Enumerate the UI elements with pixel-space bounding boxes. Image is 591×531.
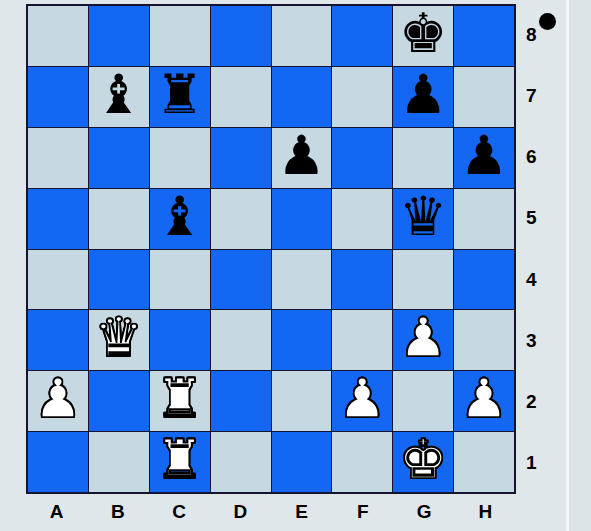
file-label-g: G (394, 494, 455, 531)
square-f2[interactable]: ♟ (332, 371, 392, 431)
square-c7[interactable]: ♜ (150, 67, 210, 127)
square-f3[interactable] (332, 310, 392, 370)
file-label-a: A (26, 494, 87, 531)
square-g1[interactable]: ♚ (393, 432, 453, 492)
square-e6[interactable]: ♟ (272, 128, 332, 188)
file-label-e: E (271, 494, 332, 531)
square-g8[interactable]: ♚ (393, 6, 453, 66)
file-label-h: H (455, 494, 516, 531)
board: ♚♝♜♟♟♟♝♛♛♟♟♜♟♟♜♚ (26, 4, 516, 494)
square-e2[interactable] (272, 371, 332, 431)
square-f6[interactable] (332, 128, 392, 188)
square-e1[interactable] (272, 432, 332, 492)
square-d6[interactable] (211, 128, 271, 188)
file-label-b: B (87, 494, 148, 531)
piece-white-pawn: ♟ (34, 372, 82, 426)
square-d3[interactable] (211, 310, 271, 370)
piece-white-pawn: ♟ (460, 372, 508, 426)
square-c6[interactable] (150, 128, 210, 188)
square-d7[interactable] (211, 67, 271, 127)
square-b8[interactable] (89, 6, 149, 66)
piece-black-rook: ♜ (155, 68, 203, 122)
chess-diagram: ♚♝♜♟♟♟♝♛♛♟♟♜♟♟♜♚ ABCDEFGH 87654321 (0, 0, 591, 531)
square-e3[interactable] (272, 310, 332, 370)
square-c4[interactable] (150, 250, 210, 310)
square-g7[interactable]: ♟ (393, 67, 453, 127)
square-h5[interactable] (454, 189, 514, 249)
square-a8[interactable] (28, 6, 88, 66)
piece-black-pawn: ♟ (399, 68, 447, 122)
square-d2[interactable] (211, 371, 271, 431)
file-label-d: D (210, 494, 271, 531)
square-e7[interactable] (272, 67, 332, 127)
piece-white-pawn: ♟ (399, 311, 447, 365)
square-e5[interactable] (272, 189, 332, 249)
square-g5[interactable]: ♛ (393, 189, 453, 249)
piece-white-queen: ♛ (95, 311, 143, 365)
square-d4[interactable] (211, 250, 271, 310)
square-c5[interactable]: ♝ (150, 189, 210, 249)
rank-label-6: 6 (518, 127, 552, 188)
black-to-move-indicator (539, 13, 556, 30)
square-f7[interactable] (332, 67, 392, 127)
right-edge-highlight (566, 0, 569, 531)
rank-label-3: 3 (518, 310, 552, 371)
square-d5[interactable] (211, 189, 271, 249)
piece-white-pawn: ♟ (338, 372, 386, 426)
square-f4[interactable] (332, 250, 392, 310)
square-b4[interactable] (89, 250, 149, 310)
file-labels: ABCDEFGH (26, 494, 516, 531)
square-g6[interactable] (393, 128, 453, 188)
square-b6[interactable] (89, 128, 149, 188)
rank-label-1: 1 (518, 433, 552, 494)
piece-black-bishop: ♝ (95, 68, 143, 122)
square-g2[interactable] (393, 371, 453, 431)
square-c1[interactable]: ♜ (150, 432, 210, 492)
square-h6[interactable]: ♟ (454, 128, 514, 188)
piece-black-bishop: ♝ (155, 190, 203, 244)
piece-white-rook: ♜ (155, 372, 203, 426)
square-h2[interactable]: ♟ (454, 371, 514, 431)
square-c2[interactable]: ♜ (150, 371, 210, 431)
square-h3[interactable] (454, 310, 514, 370)
square-e4[interactable] (272, 250, 332, 310)
rank-label-2: 2 (518, 372, 552, 433)
square-b7[interactable]: ♝ (89, 67, 149, 127)
square-f8[interactable] (332, 6, 392, 66)
square-a7[interactable] (28, 67, 88, 127)
rank-labels: 87654321 (518, 4, 552, 494)
square-b5[interactable] (89, 189, 149, 249)
square-a1[interactable] (28, 432, 88, 492)
square-h7[interactable] (454, 67, 514, 127)
file-label-f: F (332, 494, 393, 531)
rank-label-7: 7 (518, 65, 552, 126)
square-d1[interactable] (211, 432, 271, 492)
square-c3[interactable] (150, 310, 210, 370)
square-f5[interactable] (332, 189, 392, 249)
square-h8[interactable] (454, 6, 514, 66)
square-h4[interactable] (454, 250, 514, 310)
rank-label-5: 5 (518, 188, 552, 249)
piece-white-king: ♚ (399, 433, 447, 487)
square-a5[interactable] (28, 189, 88, 249)
piece-black-king: ♚ (399, 7, 447, 61)
right-margin-panel (569, 0, 591, 531)
square-a4[interactable] (28, 250, 88, 310)
square-b1[interactable] (89, 432, 149, 492)
file-label-c: C (149, 494, 210, 531)
square-d8[interactable] (211, 6, 271, 66)
square-b2[interactable] (89, 371, 149, 431)
square-g3[interactable]: ♟ (393, 310, 453, 370)
square-g4[interactable] (393, 250, 453, 310)
square-a6[interactable] (28, 128, 88, 188)
square-f1[interactable] (332, 432, 392, 492)
square-h1[interactable] (454, 432, 514, 492)
square-c8[interactable] (150, 6, 210, 66)
square-a2[interactable]: ♟ (28, 371, 88, 431)
square-a3[interactable] (28, 310, 88, 370)
piece-black-pawn: ♟ (277, 129, 325, 183)
piece-black-pawn: ♟ (460, 129, 508, 183)
piece-white-rook: ♜ (155, 433, 203, 487)
square-e8[interactable] (272, 6, 332, 66)
square-b3[interactable]: ♛ (89, 310, 149, 370)
rank-label-4: 4 (518, 249, 552, 310)
piece-black-queen: ♛ (399, 190, 447, 244)
